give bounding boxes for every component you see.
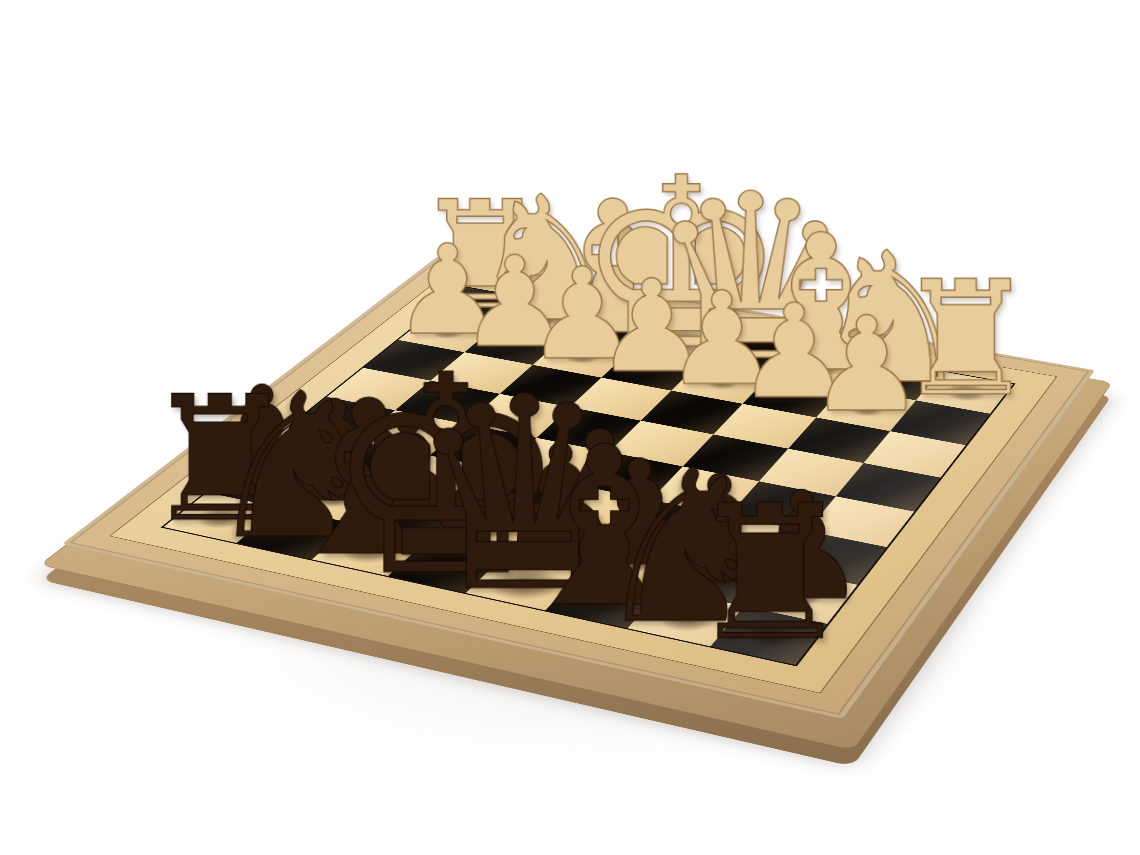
chess-board: ♜♞♝♚♛♝♞♜♟♟♟♟♟♟♟♟♟♟♟♟♟♟♟♜♞♝♚♛♝♞♜ — [62, 256, 1095, 719]
product-photo: ♜♞♝♚♛♝♞♜♟♟♟♟♟♟♟♟♟♟♟♟♟♟♟♜♞♝♚♛♝♞♜ — [0, 0, 1140, 855]
scene: ♜♞♝♚♛♝♞♜♟♟♟♟♟♟♟♟♟♟♟♟♟♟♟♜♞♝♚♛♝♞♜ — [0, 0, 1140, 855]
